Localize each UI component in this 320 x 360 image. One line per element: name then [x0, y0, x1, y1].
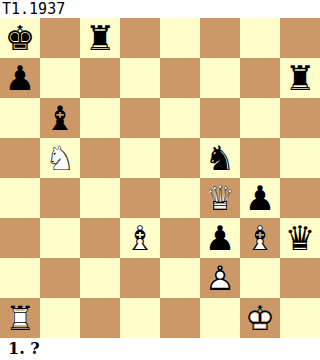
move-prompt: 1. ?	[0, 338, 320, 360]
square-c5[interactable]	[80, 138, 120, 178]
square-c3[interactable]	[80, 218, 120, 258]
white-rook[interactable]: ♖	[0, 298, 40, 338]
square-a2[interactable]	[0, 258, 40, 298]
square-a4[interactable]	[0, 178, 40, 218]
square-a5[interactable]	[0, 138, 40, 178]
square-g6[interactable]	[240, 98, 280, 138]
square-e7[interactable]	[160, 58, 200, 98]
black-king[interactable]: ♚	[0, 18, 40, 58]
square-d1[interactable]	[120, 298, 160, 338]
square-f7[interactable]	[200, 58, 240, 98]
white-king[interactable]: ♔	[240, 298, 280, 338]
square-h3[interactable]: ♛	[280, 218, 320, 258]
square-d6[interactable]	[120, 98, 160, 138]
white-bishop[interactable]: ♗	[240, 218, 280, 258]
white-queen[interactable]: ♕	[200, 178, 240, 218]
square-h8[interactable]	[280, 18, 320, 58]
square-h4[interactable]	[280, 178, 320, 218]
square-f2[interactable]: ♟♙	[200, 258, 240, 298]
square-g7[interactable]	[240, 58, 280, 98]
square-h1[interactable]	[280, 298, 320, 338]
square-f5[interactable]: ♞	[200, 138, 240, 178]
square-f3[interactable]: ♟	[200, 218, 240, 258]
square-a3[interactable]	[0, 218, 40, 258]
black-pawn[interactable]: ♟	[0, 58, 40, 98]
square-b3[interactable]	[40, 218, 80, 258]
square-g5[interactable]	[240, 138, 280, 178]
square-e5[interactable]	[160, 138, 200, 178]
square-f1[interactable]	[200, 298, 240, 338]
black-queen[interactable]: ♛	[280, 218, 320, 258]
black-pawn[interactable]: ♟	[200, 218, 240, 258]
black-pawn[interactable]: ♟	[240, 178, 280, 218]
square-f8[interactable]	[200, 18, 240, 58]
chess-board: ♚♜♟♜♝♞♘♞♛♕♟♝♗♟♝♗♛♟♙♜♖♚♔	[0, 18, 320, 338]
square-a6[interactable]	[0, 98, 40, 138]
square-e8[interactable]	[160, 18, 200, 58]
square-g2[interactable]	[240, 258, 280, 298]
square-h5[interactable]	[280, 138, 320, 178]
square-g1[interactable]: ♚♔	[240, 298, 280, 338]
square-e6[interactable]	[160, 98, 200, 138]
square-d7[interactable]	[120, 58, 160, 98]
square-c2[interactable]	[80, 258, 120, 298]
black-bishop[interactable]: ♝	[40, 98, 80, 138]
black-rook[interactable]: ♜	[80, 18, 120, 58]
square-e2[interactable]	[160, 258, 200, 298]
square-c8[interactable]: ♜	[80, 18, 120, 58]
square-f6[interactable]	[200, 98, 240, 138]
square-b8[interactable]	[40, 18, 80, 58]
square-d5[interactable]	[120, 138, 160, 178]
square-b5[interactable]: ♞♘	[40, 138, 80, 178]
square-g3[interactable]: ♝♗	[240, 218, 280, 258]
puzzle-title: T1.1937	[0, 0, 320, 18]
square-a8[interactable]: ♚	[0, 18, 40, 58]
square-e1[interactable]	[160, 298, 200, 338]
black-rook[interactable]: ♜	[280, 58, 320, 98]
square-b7[interactable]	[40, 58, 80, 98]
square-f4[interactable]: ♛♕	[200, 178, 240, 218]
square-c7[interactable]	[80, 58, 120, 98]
square-c6[interactable]	[80, 98, 120, 138]
square-b4[interactable]	[40, 178, 80, 218]
square-b2[interactable]	[40, 258, 80, 298]
square-d2[interactable]	[120, 258, 160, 298]
square-c1[interactable]	[80, 298, 120, 338]
square-e4[interactable]	[160, 178, 200, 218]
black-knight[interactable]: ♞	[200, 138, 240, 178]
square-h2[interactable]	[280, 258, 320, 298]
square-h7[interactable]: ♜	[280, 58, 320, 98]
square-c4[interactable]	[80, 178, 120, 218]
square-a1[interactable]: ♜♖	[0, 298, 40, 338]
white-bishop[interactable]: ♗	[120, 218, 160, 258]
square-d4[interactable]	[120, 178, 160, 218]
square-d3[interactable]: ♝♗	[120, 218, 160, 258]
square-h6[interactable]	[280, 98, 320, 138]
square-a7[interactable]: ♟	[0, 58, 40, 98]
square-e3[interactable]	[160, 218, 200, 258]
square-d8[interactable]	[120, 18, 160, 58]
square-g4[interactable]: ♟	[240, 178, 280, 218]
square-b1[interactable]	[40, 298, 80, 338]
square-b6[interactable]: ♝	[40, 98, 80, 138]
square-g8[interactable]	[240, 18, 280, 58]
white-pawn[interactable]: ♙	[200, 258, 240, 298]
white-knight[interactable]: ♘	[40, 138, 80, 178]
